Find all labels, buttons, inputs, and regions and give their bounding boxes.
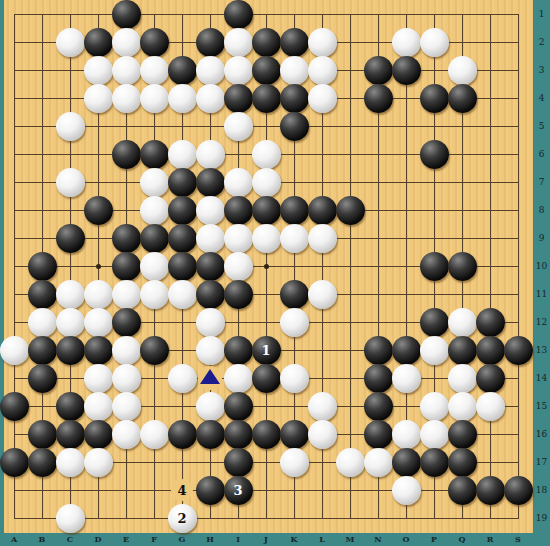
black-stone [280, 84, 309, 113]
white-stone [392, 476, 421, 505]
black-stone [252, 420, 281, 449]
white-stone [420, 336, 449, 365]
black-stone [224, 280, 253, 309]
white-stone [420, 28, 449, 57]
black-stone [504, 476, 533, 505]
black-stone [476, 476, 505, 505]
col-label: J [256, 534, 276, 544]
white-stone [112, 280, 141, 309]
white-stone [140, 196, 169, 225]
black-stone [28, 280, 57, 309]
black-stone [84, 28, 113, 57]
white-stone [420, 392, 449, 421]
white-stone [84, 56, 113, 85]
white-stone [140, 168, 169, 197]
white-stone [168, 84, 197, 113]
white-stone [56, 28, 85, 57]
black-stone [196, 280, 225, 309]
white-stone [196, 196, 225, 225]
white-stone [252, 168, 281, 197]
white-stone [308, 224, 337, 253]
black-stone [224, 336, 253, 365]
black-stone [476, 308, 505, 337]
triangle-marker [200, 369, 220, 384]
black-stone [448, 84, 477, 113]
white-stone [0, 336, 29, 365]
black-stone [336, 196, 365, 225]
black-stone [112, 252, 141, 281]
white-stone [168, 364, 197, 393]
white-stone [336, 448, 365, 477]
white-stone [84, 364, 113, 393]
black-stone [140, 336, 169, 365]
white-stone [392, 420, 421, 449]
white-stone [364, 448, 393, 477]
move-number-label: 1 [252, 336, 281, 365]
black-stone [504, 336, 533, 365]
white-stone [308, 392, 337, 421]
row-label: 7 [533, 177, 550, 187]
col-label: B [32, 534, 52, 544]
white-stone [84, 84, 113, 113]
white-stone [196, 336, 225, 365]
black-stone [280, 280, 309, 309]
black-stone [168, 56, 197, 85]
row-label: 14 [533, 373, 550, 383]
col-label: P [424, 534, 444, 544]
black-stone [168, 224, 197, 253]
black-stone [448, 336, 477, 365]
move-number-label: 2 [168, 504, 197, 533]
row-label: 11 [533, 289, 550, 299]
star-point [264, 264, 269, 269]
black-stone [476, 364, 505, 393]
white-stone [476, 392, 505, 421]
col-label: Q [452, 534, 472, 544]
white-stone [224, 28, 253, 57]
col-label: L [312, 534, 332, 544]
black-stone [84, 336, 113, 365]
row-label: 4 [533, 93, 550, 103]
black-stone [224, 392, 253, 421]
black-stone [448, 448, 477, 477]
white-stone [252, 224, 281, 253]
white-stone [56, 504, 85, 533]
col-label: C [60, 534, 80, 544]
black-stone [196, 252, 225, 281]
black-stone [252, 364, 281, 393]
white-stone [168, 280, 197, 309]
white-stone [112, 364, 141, 393]
white-stone [224, 56, 253, 85]
white-stone [280, 448, 309, 477]
white-stone [308, 28, 337, 57]
white-stone [252, 140, 281, 169]
white-stone [84, 280, 113, 309]
black-stone [84, 196, 113, 225]
black-stone [280, 28, 309, 57]
black-stone [252, 56, 281, 85]
black-stone [28, 336, 57, 365]
row-label: 2 [533, 37, 550, 47]
col-label: R [480, 534, 500, 544]
row-label: 15 [533, 401, 550, 411]
white-stone [420, 420, 449, 449]
col-label: E [116, 534, 136, 544]
white-stone [448, 56, 477, 85]
white-stone [112, 84, 141, 113]
black-stone [224, 0, 253, 29]
white-stone [308, 56, 337, 85]
white-stone [140, 280, 169, 309]
black-stone [168, 252, 197, 281]
black-stone [224, 420, 253, 449]
black-stone [224, 196, 253, 225]
star-point [96, 264, 101, 269]
white-stone [196, 224, 225, 253]
black-stone [0, 392, 29, 421]
black-stone [112, 140, 141, 169]
black-stone [476, 336, 505, 365]
white-stone [112, 28, 141, 57]
black-stone [364, 84, 393, 113]
black-stone [420, 448, 449, 477]
white-stone [392, 364, 421, 393]
white-stone [140, 252, 169, 281]
white-stone [28, 308, 57, 337]
white-stone [112, 336, 141, 365]
black-stone [28, 252, 57, 281]
white-stone [224, 168, 253, 197]
black-stone [168, 168, 197, 197]
black-stone [392, 336, 421, 365]
row-label: 17 [533, 457, 550, 467]
black-stone [112, 0, 141, 29]
black-stone [420, 252, 449, 281]
black-stone [196, 168, 225, 197]
col-label: G [172, 534, 192, 544]
white-stone [224, 224, 253, 253]
row-label: 12 [533, 317, 550, 327]
white-stone [56, 280, 85, 309]
white-stone [224, 252, 253, 281]
white-stone [224, 112, 253, 141]
white-stone [56, 308, 85, 337]
black-stone [140, 28, 169, 57]
row-label: 9 [533, 233, 550, 243]
col-label: N [368, 534, 388, 544]
black-stone [112, 308, 141, 337]
black-stone [420, 308, 449, 337]
black-stone [112, 224, 141, 253]
white-stone [224, 364, 253, 393]
black-stone [196, 476, 225, 505]
white-stone [56, 448, 85, 477]
white-stone [448, 308, 477, 337]
white-stone [112, 392, 141, 421]
black-stone [392, 448, 421, 477]
row-label: 13 [533, 345, 550, 355]
black-stone [56, 224, 85, 253]
black-stone [84, 420, 113, 449]
white-stone [196, 140, 225, 169]
white-stone [196, 308, 225, 337]
white-stone [112, 56, 141, 85]
black-stone [252, 28, 281, 57]
white-stone [280, 56, 309, 85]
row-label: 6 [533, 149, 550, 159]
black-stone [392, 56, 421, 85]
row-label: 19 [533, 513, 550, 523]
black-stone [196, 28, 225, 57]
black-stone [364, 392, 393, 421]
black-stone [56, 336, 85, 365]
row-label: 8 [533, 205, 550, 215]
white-stone [140, 420, 169, 449]
white-stone [56, 112, 85, 141]
white-stone [56, 168, 85, 197]
white-stone [308, 420, 337, 449]
black-stone [28, 420, 57, 449]
white-stone [448, 392, 477, 421]
black-stone [168, 420, 197, 449]
black-stone [252, 84, 281, 113]
black-stone [224, 448, 253, 477]
white-stone [392, 28, 421, 57]
black-stone [280, 112, 309, 141]
white-stone [196, 56, 225, 85]
col-label: D [88, 534, 108, 544]
white-stone [308, 280, 337, 309]
go-board-app: 123412345678910111213141516171819ABCDEFG… [0, 0, 550, 546]
white-stone [280, 224, 309, 253]
black-stone [420, 140, 449, 169]
col-label: O [396, 534, 416, 544]
white-stone [280, 308, 309, 337]
black-stone [448, 476, 477, 505]
col-label: H [200, 534, 220, 544]
black-stone [56, 420, 85, 449]
black-stone [252, 196, 281, 225]
row-label: 18 [533, 485, 550, 495]
black-stone [140, 140, 169, 169]
black-stone [420, 84, 449, 113]
white-stone [84, 448, 113, 477]
move-number-label: 3 [224, 476, 253, 505]
white-stone [112, 420, 141, 449]
white-stone [196, 84, 225, 113]
black-stone [28, 364, 57, 393]
col-label: K [284, 534, 304, 544]
col-label: S [508, 534, 528, 544]
move-number-label: 4 [168, 476, 197, 505]
row-label: 16 [533, 429, 550, 439]
white-stone [168, 140, 197, 169]
black-stone [280, 196, 309, 225]
black-stone [364, 56, 393, 85]
black-stone [364, 336, 393, 365]
white-stone [280, 364, 309, 393]
black-stone [196, 420, 225, 449]
white-stone [308, 84, 337, 113]
white-stone [140, 56, 169, 85]
black-stone [308, 196, 337, 225]
black-stone [56, 392, 85, 421]
black-stone [364, 364, 393, 393]
col-label: I [228, 534, 248, 544]
white-stone [196, 392, 225, 421]
white-stone [84, 308, 113, 337]
black-stone [448, 420, 477, 449]
col-label: F [144, 534, 164, 544]
black-stone [364, 420, 393, 449]
black-stone [28, 448, 57, 477]
white-stone [140, 84, 169, 113]
row-label: 3 [533, 65, 550, 75]
row-label: 1 [533, 9, 550, 19]
black-stone [168, 196, 197, 225]
row-label: 5 [533, 121, 550, 131]
white-stone [448, 364, 477, 393]
col-label: M [340, 534, 360, 544]
black-stone [280, 420, 309, 449]
row-label: 10 [533, 261, 550, 271]
black-stone [0, 448, 29, 477]
white-stone [84, 392, 113, 421]
col-label: A [4, 534, 24, 544]
black-stone [224, 84, 253, 113]
black-stone [448, 252, 477, 281]
black-stone [140, 224, 169, 253]
